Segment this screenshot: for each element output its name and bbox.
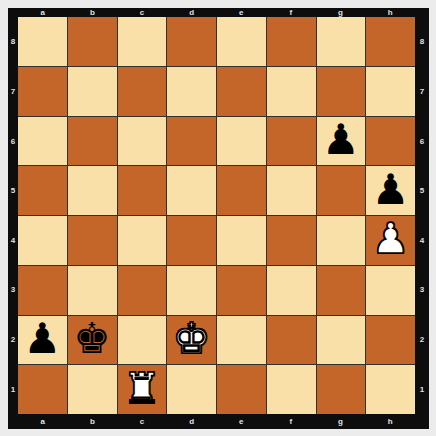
board-frame: abcdefgh abcdefgh 87654321 87654321 ♟♟♟♟… [8,8,429,429]
rank-label-left-6: 6 [8,116,18,166]
rank-label-right-2: 2 [415,315,429,365]
page-background: abcdefgh abcdefgh 87654321 87654321 ♟♟♟♟… [0,0,436,436]
square-e3[interactable] [217,266,266,315]
square-c4[interactable] [118,216,167,265]
square-c3[interactable] [118,266,167,315]
file-label-bottom-f: f [266,414,316,429]
square-h8[interactable] [366,17,415,66]
square-d2[interactable]: ♚ [167,316,216,365]
square-a5[interactable] [18,166,67,215]
square-c7[interactable] [118,67,167,116]
file-label-top-h: h [365,8,415,17]
square-b2[interactable]: ♚ [68,316,117,365]
square-g4[interactable] [317,216,366,265]
square-d4[interactable] [167,216,216,265]
rank-label-left-2: 2 [8,315,18,365]
square-f1[interactable] [267,365,316,414]
square-a2[interactable]: ♟ [18,316,67,365]
square-c1[interactable]: ♜ [118,365,167,414]
square-h7[interactable] [366,67,415,116]
square-a8[interactable] [18,17,67,66]
file-label-bottom-a: a [18,414,68,429]
file-labels-top: abcdefgh [18,8,415,17]
square-b8[interactable] [68,17,117,66]
rank-label-right-6: 6 [415,116,429,166]
file-label-top-d: d [167,8,217,17]
rank-label-right-3: 3 [415,265,429,315]
rank-label-right-7: 7 [415,67,429,117]
square-a4[interactable] [18,216,67,265]
square-b5[interactable] [68,166,117,215]
file-label-bottom-h: h [365,414,415,429]
file-labels-bottom: abcdefgh [18,414,415,429]
rank-label-left-5: 5 [8,166,18,216]
black-king[interactable]: ♚ [73,318,111,360]
square-g7[interactable] [317,67,366,116]
square-e2[interactable] [217,316,266,365]
square-d8[interactable] [167,17,216,66]
square-h3[interactable] [366,266,415,315]
square-f7[interactable] [267,67,316,116]
square-b3[interactable] [68,266,117,315]
square-f2[interactable] [267,316,316,365]
file-label-bottom-e: e [217,414,267,429]
square-d5[interactable] [167,166,216,215]
file-label-top-f: f [266,8,316,17]
square-e7[interactable] [217,67,266,116]
file-label-bottom-c: c [117,414,167,429]
square-a6[interactable] [18,117,67,166]
square-d7[interactable] [167,67,216,116]
square-e1[interactable] [217,365,266,414]
square-e6[interactable] [217,117,266,166]
square-h5[interactable]: ♟ [366,166,415,215]
black-pawn[interactable]: ♟ [24,318,62,360]
square-c2[interactable] [118,316,167,365]
square-d3[interactable] [167,266,216,315]
square-f3[interactable] [267,266,316,315]
file-label-bottom-d: d [167,414,217,429]
black-pawn[interactable]: ♟ [372,169,410,211]
square-g3[interactable] [317,266,366,315]
rank-label-left-8: 8 [8,17,18,67]
rank-label-left-1: 1 [8,364,18,414]
square-c5[interactable] [118,166,167,215]
rank-labels-left: 87654321 [8,17,18,414]
file-label-top-e: e [217,8,267,17]
square-a1[interactable] [18,365,67,414]
rank-labels-right: 87654321 [415,17,429,414]
square-b4[interactable] [68,216,117,265]
file-label-bottom-g: g [316,414,366,429]
rank-label-left-4: 4 [8,216,18,266]
file-label-top-a: a [18,8,68,17]
file-label-bottom-b: b [68,414,118,429]
file-label-top-c: c [117,8,167,17]
rank-label-right-4: 4 [415,216,429,266]
white-pawn[interactable]: ♟ [372,218,410,260]
square-h1[interactable] [366,365,415,414]
file-label-top-b: b [68,8,118,17]
square-e4[interactable] [217,216,266,265]
square-g5[interactable] [317,166,366,215]
white-rook[interactable]: ♜ [123,368,161,410]
file-label-top-g: g [316,8,366,17]
chess-board: ♟♟♟♟♚♚♜ [18,17,415,414]
square-c6[interactable] [118,117,167,166]
square-f6[interactable] [267,117,316,166]
square-c8[interactable] [118,17,167,66]
rank-label-right-8: 8 [415,17,429,67]
square-b1[interactable] [68,365,117,414]
black-pawn[interactable]: ♟ [322,119,360,161]
square-h2[interactable] [366,316,415,365]
square-g8[interactable] [317,17,366,66]
square-g2[interactable] [317,316,366,365]
square-d6[interactable] [167,117,216,166]
square-h4[interactable]: ♟ [366,216,415,265]
square-h6[interactable] [366,117,415,166]
square-e5[interactable] [217,166,266,215]
square-f4[interactable] [267,216,316,265]
white-king[interactable]: ♚ [173,318,211,360]
rank-label-right-1: 1 [415,364,429,414]
rank-label-right-5: 5 [415,166,429,216]
rank-label-left-3: 3 [8,265,18,315]
square-a7[interactable] [18,67,67,116]
square-f5[interactable] [267,166,316,215]
square-a3[interactable] [18,266,67,315]
rank-label-left-7: 7 [8,67,18,117]
square-e8[interactable] [217,17,266,66]
square-b7[interactable] [68,67,117,116]
square-g6[interactable]: ♟ [317,117,366,166]
square-g1[interactable] [317,365,366,414]
square-b6[interactable] [68,117,117,166]
square-f8[interactable] [267,17,316,66]
square-d1[interactable] [167,365,216,414]
